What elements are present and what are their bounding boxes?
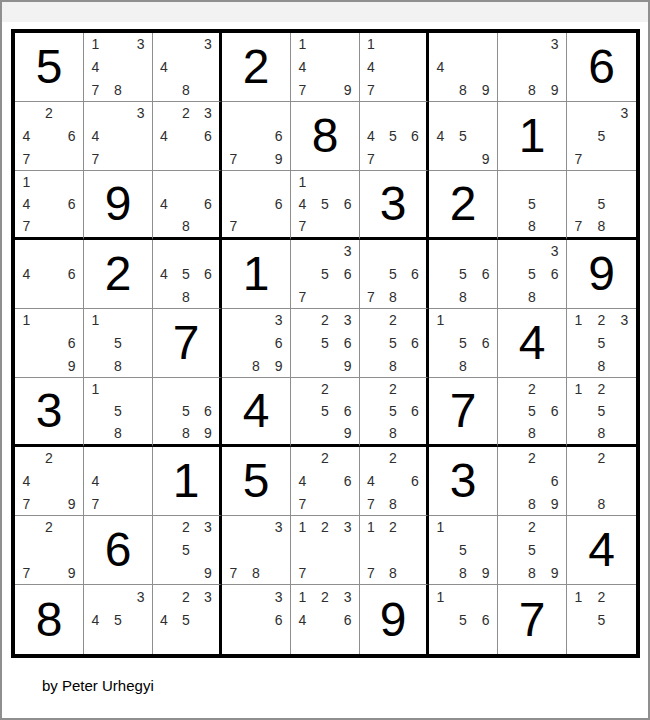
given-digit: 7: [450, 387, 477, 435]
given-digit: 7: [519, 596, 546, 644]
candidate-empty: [314, 631, 337, 654]
candidate-empty: [498, 470, 521, 493]
candidate-empty: [222, 539, 245, 562]
cell-r2c3[interactable]: 2346: [153, 102, 222, 171]
candidate-empty: [429, 608, 452, 631]
candidate-digit: 8: [107, 354, 130, 377]
candidate-empty: [175, 147, 197, 170]
candidate-empty: [613, 447, 636, 470]
candidate-empty: [245, 193, 268, 215]
candidate-empty: [474, 33, 497, 56]
cell-r9c6[interactable]: 9: [360, 585, 429, 654]
cell-r4c4[interactable]: 1: [222, 240, 291, 309]
candidate-empty: [429, 33, 452, 56]
candidate-digit: 8: [452, 561, 475, 584]
candidate-empty: [382, 147, 404, 170]
candidate-empty: [15, 240, 38, 263]
candidate-digit: 1: [429, 585, 452, 608]
candidate-empty: [15, 516, 38, 539]
candidate-empty: [314, 33, 337, 56]
cell-r7c2[interactable]: 47: [84, 447, 153, 516]
candidate-digit: 7: [291, 285, 314, 308]
cell-r5c6[interactable]: 2568: [360, 309, 429, 378]
candidate-empty: [613, 400, 636, 422]
cell-r6c1[interactable]: 3: [15, 378, 84, 447]
candidate-digit: 6: [404, 332, 426, 355]
candidate-empty: [197, 56, 219, 79]
candidate-digit: 8: [452, 285, 475, 308]
candidate-grid: 4567: [360, 102, 426, 170]
candidate-empty: [590, 102, 613, 125]
candidate-empty: [474, 102, 497, 125]
candidate-empty: [404, 33, 426, 56]
cell-r5c1[interactable]: 169: [15, 309, 84, 378]
candidate-digit: 7: [291, 492, 314, 515]
cell-r3c5[interactable]: 14567: [291, 171, 360, 240]
candidate-digit: 7: [360, 78, 382, 101]
cell-r4c3[interactable]: 4568: [153, 240, 222, 309]
candidate-empty: [153, 631, 175, 654]
cell-r1c9[interactable]: 6: [567, 33, 636, 102]
candidate-empty: [245, 215, 268, 237]
candidate-empty: [336, 378, 359, 400]
cell-r4c2[interactable]: 2: [84, 240, 153, 309]
candidate-grid: 28: [567, 447, 636, 515]
cell-r6c3[interactable]: 5689: [153, 378, 222, 447]
cell-r8c7[interactable]: 1589: [429, 516, 498, 585]
candidate-empty: [267, 631, 290, 654]
candidate-digit: 8: [590, 422, 613, 444]
candidate-grid: 2467: [15, 102, 83, 170]
candidate-digit: 6: [474, 608, 497, 631]
candidate-digit: 1: [15, 171, 38, 193]
candidate-digit: 2: [314, 309, 337, 332]
cell-r3c4[interactable]: 67: [222, 171, 291, 240]
candidate-digit: 8: [175, 285, 197, 308]
candidate-empty: [15, 539, 38, 562]
candidate-grid: 125: [567, 585, 636, 654]
candidate-digit: 4: [153, 608, 175, 631]
candidate-empty: [84, 631, 107, 654]
candidate-digit: 8: [521, 285, 544, 308]
cell-r7c9[interactable]: 28: [567, 447, 636, 516]
cell-r3c8[interactable]: 58: [498, 171, 567, 240]
candidate-empty: [245, 309, 268, 332]
cell-r3c9[interactable]: 578: [567, 171, 636, 240]
candidate-digit: 2: [314, 447, 337, 470]
cell-r6c4[interactable]: 4: [222, 378, 291, 447]
cell-r8c6[interactable]: 1278: [360, 516, 429, 585]
cell-r2c6[interactable]: 4567: [360, 102, 429, 171]
cell-r2c5[interactable]: 8: [291, 102, 360, 171]
candidate-grid: 3567: [291, 240, 359, 308]
candidate-empty: [404, 78, 426, 101]
cell-r5c3[interactable]: 7: [153, 309, 222, 378]
candidate-digit: 5: [521, 193, 544, 215]
candidate-empty: [474, 240, 497, 263]
cell-r1c1[interactable]: 5: [15, 33, 84, 102]
cell-r8c4[interactable]: 378: [222, 516, 291, 585]
candidate-digit: 2: [590, 585, 613, 608]
candidate-empty: [129, 125, 152, 148]
candidate-empty: [474, 309, 497, 332]
candidate-empty: [153, 171, 175, 193]
candidate-empty: [38, 309, 61, 332]
candidate-grid: 13478: [84, 33, 152, 101]
candidate-digit: 1: [567, 378, 590, 400]
candidate-digit: 2: [590, 378, 613, 400]
cell-r8c1[interactable]: 279: [15, 516, 84, 585]
cell-r1c3[interactable]: 348: [153, 33, 222, 102]
cell-r6c2[interactable]: 158: [84, 378, 153, 447]
sudoku-board: 5134783482147914748938962467347234667984…: [11, 29, 640, 658]
cell-r2c1[interactable]: 2467: [15, 102, 84, 171]
candidate-digit: 2: [382, 309, 404, 332]
candidate-empty: [38, 470, 61, 493]
candidate-empty: [153, 516, 175, 539]
candidate-digit: 4: [291, 193, 314, 215]
given-digit: 3: [450, 457, 477, 505]
candidate-digit: 4: [360, 470, 382, 493]
cell-r5c4[interactable]: 3689: [222, 309, 291, 378]
cell-r4c1[interactable]: 46: [15, 240, 84, 309]
given-digit: 9: [380, 596, 407, 644]
candidate-empty: [613, 492, 636, 515]
cell-r1c8[interactable]: 389: [498, 33, 567, 102]
candidate-digit: 6: [336, 400, 359, 422]
candidate-digit: 7: [222, 147, 245, 170]
candidate-empty: [429, 539, 452, 562]
candidate-empty: [175, 240, 197, 263]
candidate-empty: [452, 147, 475, 170]
candidate-digit: 3: [129, 33, 152, 56]
candidate-empty: [129, 56, 152, 79]
candidate-digit: 5: [521, 539, 544, 562]
candidate-empty: [613, 422, 636, 444]
candidate-empty: [567, 332, 590, 355]
candidate-digit: 9: [267, 147, 290, 170]
candidate-digit: 7: [84, 492, 107, 515]
candidate-empty: [129, 631, 152, 654]
candidate-empty: [197, 608, 219, 631]
candidate-empty: [429, 332, 452, 355]
candidate-empty: [197, 539, 219, 562]
candidate-digit: 6: [404, 400, 426, 422]
candidate-empty: [197, 171, 219, 193]
cell-r7c4[interactable]: 5: [222, 447, 291, 516]
candidate-grid: 156: [429, 585, 497, 654]
candidate-empty: [498, 492, 521, 515]
cell-r7c8[interactable]: 2689: [498, 447, 567, 516]
candidate-empty: [543, 285, 566, 308]
cell-r9c2[interactable]: 345: [84, 585, 153, 654]
given-digit: 1: [173, 457, 200, 505]
candidate-empty: [153, 78, 175, 101]
candidate-digit: 9: [336, 422, 359, 444]
candidate-digit: 3: [197, 585, 219, 608]
cell-r6c8[interactable]: 2568: [498, 378, 567, 447]
cell-r9c5[interactable]: 12346: [291, 585, 360, 654]
candidate-grid: 2568: [360, 309, 426, 377]
candidate-empty: [60, 470, 83, 493]
candidate-digit: 8: [245, 561, 268, 584]
candidate-empty: [543, 378, 566, 400]
candidate-empty: [222, 309, 245, 332]
candidate-empty: [175, 33, 197, 56]
candidate-digit: 1: [360, 33, 382, 56]
candidate-digit: 3: [197, 33, 219, 56]
candidate-digit: 7: [360, 561, 382, 584]
candidate-grid: 158: [84, 309, 152, 377]
candidate-empty: [129, 147, 152, 170]
cell-r6c7[interactable]: 7: [429, 378, 498, 447]
candidate-empty: [60, 102, 83, 125]
candidate-grid: 169: [15, 309, 83, 377]
candidate-digit: 2: [382, 447, 404, 470]
candidate-digit: 4: [15, 193, 38, 215]
candidate-empty: [175, 378, 197, 400]
candidate-empty: [567, 422, 590, 444]
candidate-grid: 279: [15, 516, 83, 584]
candidate-empty: [474, 125, 497, 148]
given-digit: 4: [243, 387, 270, 435]
cell-r6c9[interactable]: 1258: [567, 378, 636, 447]
candidate-digit: 1: [84, 378, 107, 400]
candidate-digit: 4: [15, 125, 38, 148]
candidate-empty: [38, 240, 61, 263]
cell-r9c9[interactable]: 125: [567, 585, 636, 654]
cell-r5c7[interactable]: 1568: [429, 309, 498, 378]
candidate-digit: 6: [404, 263, 426, 286]
cell-r9c8[interactable]: 7: [498, 585, 567, 654]
candidate-empty: [153, 561, 175, 584]
candidate-empty: [129, 400, 152, 422]
candidate-digit: 6: [543, 470, 566, 493]
candidate-empty: [38, 561, 61, 584]
candidate-digit: 7: [291, 215, 314, 237]
candidate-empty: [129, 332, 152, 355]
cell-r7c5[interactable]: 2467: [291, 447, 360, 516]
candidate-digit: 3: [129, 585, 152, 608]
candidate-digit: 6: [336, 332, 359, 355]
candidate-digit: 2: [314, 378, 337, 400]
candidate-digit: 4: [153, 193, 175, 215]
candidate-digit: 9: [474, 147, 497, 170]
candidate-empty: [38, 215, 61, 237]
candidate-digit: 1: [84, 33, 107, 56]
candidate-digit: 7: [291, 78, 314, 101]
candidate-digit: 7: [360, 285, 382, 308]
candidate-empty: [336, 561, 359, 584]
candidate-digit: 8: [452, 78, 475, 101]
candidate-empty: [60, 285, 83, 308]
candidate-empty: [60, 147, 83, 170]
candidate-empty: [429, 263, 452, 286]
cell-r8c5[interactable]: 1237: [291, 516, 360, 585]
candidate-grid: 347: [84, 102, 152, 170]
cell-r2c8[interactable]: 1: [498, 102, 567, 171]
candidate-empty: [382, 56, 404, 79]
candidate-digit: 3: [336, 516, 359, 539]
candidate-grid: 2479: [15, 447, 83, 515]
candidate-digit: 3: [613, 309, 636, 332]
candidate-digit: 3: [197, 102, 219, 125]
candidate-grid: 12358: [567, 309, 636, 377]
given-digit: 1: [243, 250, 270, 298]
candidate-empty: [38, 332, 61, 355]
candidate-digit: 2: [38, 516, 61, 539]
candidate-digit: 5: [314, 193, 337, 215]
candidate-empty: [498, 193, 521, 215]
candidate-empty: [314, 422, 337, 444]
candidate-empty: [474, 354, 497, 377]
candidate-empty: [38, 125, 61, 148]
candidate-digit: 2: [175, 585, 197, 608]
candidate-digit: 4: [15, 470, 38, 493]
candidate-digit: 3: [336, 585, 359, 608]
cell-r9c7[interactable]: 156: [429, 585, 498, 654]
cell-r8c9[interactable]: 4: [567, 516, 636, 585]
cell-r6c5[interactable]: 2569: [291, 378, 360, 447]
candidate-grid: 2359: [153, 516, 219, 584]
cell-r2c9[interactable]: 357: [567, 102, 636, 171]
candidate-digit: 3: [336, 309, 359, 332]
candidate-digit: 5: [175, 539, 197, 562]
candidate-empty: [175, 193, 197, 215]
candidate-digit: 8: [382, 492, 404, 515]
cell-r1c4[interactable]: 2: [222, 33, 291, 102]
cell-r7c3[interactable]: 1: [153, 447, 222, 516]
cell-r7c6[interactable]: 24678: [360, 447, 429, 516]
candidate-empty: [153, 240, 175, 263]
given-digit: 2: [243, 43, 270, 91]
candidate-empty: [245, 332, 268, 355]
cell-r8c3[interactable]: 2359: [153, 516, 222, 585]
cell-r3c1[interactable]: 1467: [15, 171, 84, 240]
cell-r4c9[interactable]: 9: [567, 240, 636, 309]
candidate-digit: 5: [314, 400, 337, 422]
candidate-empty: [245, 147, 268, 170]
candidate-empty: [404, 492, 426, 515]
candidate-empty: [498, 422, 521, 444]
candidate-empty: [60, 171, 83, 193]
candidate-empty: [314, 78, 337, 101]
candidate-empty: [543, 447, 566, 470]
candidate-empty: [84, 102, 107, 125]
candidate-digit: 8: [521, 492, 544, 515]
candidate-digit: 4: [429, 56, 452, 79]
candidate-empty: [498, 78, 521, 101]
cell-r2c4[interactable]: 679: [222, 102, 291, 171]
candidate-empty: [498, 561, 521, 584]
cell-r3c6[interactable]: 3: [360, 171, 429, 240]
candidate-empty: [567, 125, 590, 148]
candidate-empty: [567, 171, 590, 193]
candidate-empty: [153, 400, 175, 422]
cell-r9c4[interactable]: 36: [222, 585, 291, 654]
candidate-grid: 1237: [291, 516, 359, 584]
cell-r5c8[interactable]: 4: [498, 309, 567, 378]
candidate-digit: 4: [360, 56, 382, 79]
candidate-empty: [129, 78, 152, 101]
candidate-empty: [15, 285, 38, 308]
candidate-empty: [543, 215, 566, 237]
candidate-digit: 5: [175, 263, 197, 286]
cell-r8c8[interactable]: 2589: [498, 516, 567, 585]
cell-r5c5[interactable]: 23569: [291, 309, 360, 378]
candidate-digit: 7: [84, 78, 107, 101]
cell-r7c1[interactable]: 2479: [15, 447, 84, 516]
candidate-empty: [498, 447, 521, 470]
candidate-empty: [613, 470, 636, 493]
candidate-empty: [336, 539, 359, 562]
candidate-grid: 2689: [498, 447, 566, 515]
cell-r3c7[interactable]: 2: [429, 171, 498, 240]
candidate-grid: 24678: [360, 447, 426, 515]
candidate-digit: 5: [175, 400, 197, 422]
cell-r1c7[interactable]: 489: [429, 33, 498, 102]
cell-r5c2[interactable]: 158: [84, 309, 153, 378]
candidate-empty: [38, 492, 61, 515]
cell-r4c8[interactable]: 3568: [498, 240, 567, 309]
candidate-grid: 2467: [291, 447, 359, 515]
cell-r2c2[interactable]: 347: [84, 102, 153, 171]
candidate-grid: 2568: [498, 378, 566, 444]
candidate-digit: 4: [84, 56, 107, 79]
candidate-empty: [613, 215, 636, 237]
candidate-empty: [175, 561, 197, 584]
candidate-digit: 1: [15, 309, 38, 332]
cell-r4c6[interactable]: 5678: [360, 240, 429, 309]
candidate-empty: [153, 378, 175, 400]
candidate-digit: 9: [474, 561, 497, 584]
cell-r5c9[interactable]: 12358: [567, 309, 636, 378]
cell-r4c7[interactable]: 568: [429, 240, 498, 309]
cell-r9c3[interactable]: 2345: [153, 585, 222, 654]
candidate-empty: [314, 215, 337, 237]
candidate-digit: 9: [336, 354, 359, 377]
cell-r3c2[interactable]: 9: [84, 171, 153, 240]
cell-r9c1[interactable]: 8: [15, 585, 84, 654]
candidate-empty: [543, 422, 566, 444]
cell-r4c5[interactable]: 3567: [291, 240, 360, 309]
candidate-digit: 7: [291, 561, 314, 584]
cell-r8c2[interactable]: 6: [84, 516, 153, 585]
candidate-digit: 8: [590, 354, 613, 377]
candidate-empty: [153, 33, 175, 56]
cell-r7c7[interactable]: 3: [429, 447, 498, 516]
cell-r1c6[interactable]: 147: [360, 33, 429, 102]
candidate-empty: [314, 285, 337, 308]
candidate-empty: [336, 285, 359, 308]
candidate-digit: 9: [60, 354, 83, 377]
candidate-empty: [84, 400, 107, 422]
candidate-digit: 5: [382, 125, 404, 148]
candidate-digit: 2: [38, 447, 61, 470]
cell-r2c7[interactable]: 459: [429, 102, 498, 171]
cell-r3c3[interactable]: 468: [153, 171, 222, 240]
cell-r1c2[interactable]: 13478: [84, 33, 153, 102]
candidate-grid: 2345: [153, 585, 219, 654]
candidate-empty: [404, 422, 426, 444]
candidate-empty: [382, 33, 404, 56]
cell-r6c6[interactable]: 2568: [360, 378, 429, 447]
candidate-empty: [291, 631, 314, 654]
candidate-digit: 8: [590, 215, 613, 237]
cell-r1c5[interactable]: 1479: [291, 33, 360, 102]
candidate-empty: [245, 539, 268, 562]
candidate-empty: [474, 56, 497, 79]
